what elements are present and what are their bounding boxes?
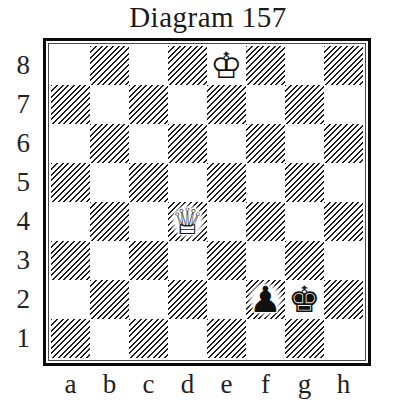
square-d5: [168, 163, 207, 202]
square-g2: ♚: [285, 280, 324, 319]
square-g7: [285, 85, 324, 124]
square-b4: [90, 202, 129, 241]
square-f2: ♟: [246, 280, 285, 319]
square-b1: [90, 319, 129, 358]
file-label-h: h: [324, 369, 363, 400]
file-label-a: a: [51, 369, 90, 400]
square-h6: [324, 124, 363, 163]
rank-label-6: 6: [0, 124, 37, 163]
square-f7: [246, 85, 285, 124]
square-f6: [246, 124, 285, 163]
square-b6: [90, 124, 129, 163]
square-h3: [324, 241, 363, 280]
square-g6: [285, 124, 324, 163]
square-d1: [168, 319, 207, 358]
rank-label-2: 2: [0, 280, 37, 319]
square-h7: [324, 85, 363, 124]
square-c5: [129, 163, 168, 202]
square-c4: [129, 202, 168, 241]
square-d8: [168, 46, 207, 85]
square-b7: [90, 85, 129, 124]
rank-labels: 87654321: [0, 46, 37, 358]
square-h8: [324, 46, 363, 85]
square-d4: ♕: [168, 202, 207, 241]
diagram-title: Diagram 157: [43, 1, 373, 34]
square-e1: [207, 319, 246, 358]
square-e3: [207, 241, 246, 280]
rank-label-4: 4: [0, 202, 37, 241]
black-king-piece: ♚: [285, 280, 324, 319]
square-h1: [324, 319, 363, 358]
square-h2: [324, 280, 363, 319]
square-a7: [51, 85, 90, 124]
square-c7: [129, 85, 168, 124]
square-a2: [51, 280, 90, 319]
square-f5: [246, 163, 285, 202]
square-c8: [129, 46, 168, 85]
square-e5: [207, 163, 246, 202]
white-king-piece: ♔: [207, 46, 246, 85]
square-e7: [207, 85, 246, 124]
rank-label-7: 7: [0, 85, 37, 124]
square-e2: [207, 280, 246, 319]
square-c3: [129, 241, 168, 280]
square-e8: ♔: [207, 46, 246, 85]
square-d7: [168, 85, 207, 124]
square-f4: [246, 202, 285, 241]
square-b8: [90, 46, 129, 85]
file-label-e: e: [207, 369, 246, 400]
square-f8: [246, 46, 285, 85]
square-g3: [285, 241, 324, 280]
square-a8: [51, 46, 90, 85]
square-g5: [285, 163, 324, 202]
square-d6: [168, 124, 207, 163]
square-c2: [129, 280, 168, 319]
square-g4: [285, 202, 324, 241]
chess-board-inner-border: ♔♕♟♚: [48, 43, 366, 361]
square-a4: [51, 202, 90, 241]
square-e6: [207, 124, 246, 163]
square-a6: [51, 124, 90, 163]
square-b2: [90, 280, 129, 319]
square-e4: [207, 202, 246, 241]
square-d3: [168, 241, 207, 280]
rank-label-3: 3: [0, 241, 37, 280]
file-labels: abcdefgh: [51, 369, 363, 399]
square-h5: [324, 163, 363, 202]
square-c1: [129, 319, 168, 358]
square-a5: [51, 163, 90, 202]
file-label-g: g: [285, 369, 324, 400]
chess-diagram-page: Diagram 157 87654321 ♔♕♟♚ abcdefgh: [0, 0, 400, 400]
rank-label-1: 1: [0, 319, 37, 358]
square-h4: [324, 202, 363, 241]
square-b3: [90, 241, 129, 280]
file-label-f: f: [246, 369, 285, 400]
file-label-c: c: [129, 369, 168, 400]
square-c6: [129, 124, 168, 163]
square-d2: [168, 280, 207, 319]
square-g1: [285, 319, 324, 358]
rank-label-5: 5: [0, 163, 37, 202]
square-g8: [285, 46, 324, 85]
square-a3: [51, 241, 90, 280]
file-label-d: d: [168, 369, 207, 400]
black-pawn-piece: ♟: [246, 280, 285, 319]
square-f3: [246, 241, 285, 280]
chess-board-grid: ♔♕♟♚: [51, 46, 363, 358]
square-b5: [90, 163, 129, 202]
file-label-b: b: [90, 369, 129, 400]
square-f1: [246, 319, 285, 358]
white-queen-piece: ♕: [168, 202, 207, 241]
rank-label-8: 8: [0, 46, 37, 85]
chess-board: ♔♕♟♚: [43, 38, 371, 366]
square-a1: [51, 319, 90, 358]
